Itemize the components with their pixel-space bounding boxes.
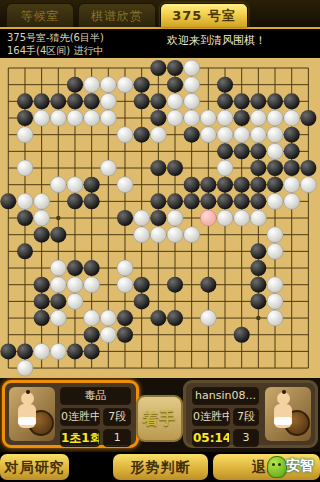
stone-white <box>267 110 283 126</box>
stone-black <box>134 277 150 293</box>
right-player-avatar <box>265 387 311 441</box>
stone-white <box>217 110 233 126</box>
stone-black <box>84 327 100 343</box>
stone-black <box>0 193 16 209</box>
room-title: 375号室-猜先(6目半) <box>7 31 104 44</box>
stone-white <box>300 177 316 193</box>
stone-white <box>234 210 250 226</box>
stone-white <box>200 127 216 143</box>
stone-black <box>250 293 266 309</box>
stone-black <box>84 93 100 109</box>
stone-white <box>34 193 50 209</box>
left-player-timer: 1초1회 <box>60 429 100 447</box>
stone-black <box>167 310 183 326</box>
watermark-label: 安智 <box>286 457 314 475</box>
stone-black <box>34 293 50 309</box>
stone-black <box>150 93 166 109</box>
stone-white <box>250 127 266 143</box>
stone-white <box>267 310 283 326</box>
stone-black <box>167 60 183 76</box>
stone-white <box>200 310 216 326</box>
go-board[interactable] <box>0 58 320 378</box>
stone-black <box>267 160 283 176</box>
stone-white <box>250 210 266 226</box>
stone-white <box>17 127 33 143</box>
stone-black <box>117 327 133 343</box>
stone-white <box>67 110 83 126</box>
move-status: 164手(4区间) 进行中 <box>7 44 104 57</box>
stone-white <box>267 243 283 259</box>
stone-white <box>284 193 300 209</box>
stone-black <box>17 210 33 226</box>
stone-black <box>84 177 100 193</box>
anzhi-watermark: 安智 <box>267 453 319 481</box>
stone-white <box>34 210 50 226</box>
stone-black <box>250 193 266 209</box>
right-player-streak: 0连胜中 <box>192 408 230 426</box>
stone-white <box>267 127 283 143</box>
right-player-rank: 7段 <box>233 408 259 426</box>
stone-black <box>150 310 166 326</box>
stone-white <box>67 277 83 293</box>
stone-white <box>17 360 33 376</box>
stone-white <box>117 127 133 143</box>
right-player-timer: 05:14 <box>192 429 230 447</box>
stone-white <box>184 110 200 126</box>
right-player-panel: hansin08... 0连胜中 7段 05:14 3 <box>183 380 318 448</box>
stone-black <box>117 310 133 326</box>
stone-white <box>267 193 283 209</box>
welcome-message: 欢迎来到清风围棋！ <box>167 33 266 48</box>
stone-black <box>167 277 183 293</box>
stone-black <box>167 160 183 176</box>
left-player-name: 毒品 <box>60 387 131 405</box>
stone-black <box>250 160 266 176</box>
stone-white <box>267 143 283 159</box>
stone-white <box>67 293 83 309</box>
stone-black <box>67 260 83 276</box>
stone-black <box>234 143 250 159</box>
stone-black <box>17 110 33 126</box>
stone-black <box>134 127 150 143</box>
stone-black <box>217 177 233 193</box>
stone-white <box>134 210 150 226</box>
avatar-diaper <box>274 417 292 425</box>
stone-black <box>150 110 166 126</box>
stone-black <box>150 210 166 226</box>
stone-black <box>250 143 266 159</box>
stone-white <box>284 177 300 193</box>
stone-black <box>234 177 250 193</box>
stone-white <box>100 110 116 126</box>
stone-white <box>150 127 166 143</box>
stone-white <box>50 310 66 326</box>
stone-black <box>167 77 183 93</box>
stone-black <box>134 293 150 309</box>
stone-white <box>184 77 200 93</box>
star-point <box>56 216 60 220</box>
stone-white <box>250 110 266 126</box>
avatar-hair <box>282 390 286 394</box>
stone-white <box>100 160 116 176</box>
stone-white <box>84 110 100 126</box>
stone-black <box>184 193 200 209</box>
stone-white <box>50 110 66 126</box>
stone-black <box>234 193 250 209</box>
stone-black <box>267 93 283 109</box>
stone-black <box>217 93 233 109</box>
stone-white <box>167 227 183 243</box>
stone-last-move <box>200 210 216 226</box>
stone-white <box>267 293 283 309</box>
stone-white <box>50 343 66 359</box>
stone-white <box>50 260 66 276</box>
stone-white <box>84 77 100 93</box>
stone-white <box>50 277 66 293</box>
star-point <box>256 316 260 320</box>
stone-white <box>100 327 116 343</box>
stone-white <box>17 193 33 209</box>
stone-white <box>150 227 166 243</box>
stone-white <box>117 260 133 276</box>
stone-white <box>84 310 100 326</box>
stone-black <box>150 160 166 176</box>
stone-white <box>217 127 233 143</box>
left-player-avatar <box>9 387 55 441</box>
stone-black <box>284 127 300 143</box>
stone-black <box>184 127 200 143</box>
stone-black <box>134 93 150 109</box>
stone-white <box>217 160 233 176</box>
stone-white <box>17 160 33 176</box>
stone-black <box>117 210 133 226</box>
make-move-button[interactable]: 着手 <box>136 395 183 442</box>
stone-white <box>167 110 183 126</box>
stone-white <box>67 177 83 193</box>
stone-black <box>234 110 250 126</box>
stone-white <box>217 210 233 226</box>
stone-black <box>50 293 66 309</box>
stone-black <box>300 160 316 176</box>
stone-black <box>50 227 66 243</box>
stone-white <box>167 210 183 226</box>
stone-black <box>200 193 216 209</box>
stone-white <box>184 60 200 76</box>
stone-white <box>117 277 133 293</box>
room-info: 375号室-猜先(6目半) 164手(4区间) 进行中 <box>7 31 104 57</box>
stone-black <box>250 243 266 259</box>
stone-white <box>100 77 116 93</box>
left-player-panel: 毒品 0连胜中 7段 1초1회 1 <box>2 380 139 448</box>
avatar-hair <box>26 390 30 394</box>
tab-waiting-room[interactable]: 等候室 <box>6 3 74 27</box>
stone-black <box>67 343 83 359</box>
stone-white <box>100 310 116 326</box>
stone-black <box>134 77 150 93</box>
game-study-button[interactable]: 对局研究 <box>0 454 69 480</box>
stone-white <box>117 77 133 93</box>
stone-black <box>0 343 16 359</box>
stone-black <box>84 193 100 209</box>
stone-black <box>150 60 166 76</box>
stone-black <box>234 327 250 343</box>
stone-black <box>34 310 50 326</box>
stone-black <box>184 177 200 193</box>
right-player-periods: 3 <box>233 429 259 447</box>
stone-black <box>50 93 66 109</box>
tab-game-records[interactable]: 棋谱欣赏 <box>78 3 156 27</box>
stone-black <box>150 193 166 209</box>
stone-black <box>284 143 300 159</box>
android-mascot-icon <box>267 456 287 478</box>
stone-white <box>34 110 50 126</box>
info-bar: 375号室-猜先(6目半) 164手(4区间) 进行中 欢迎来到清风围棋！ <box>0 31 320 57</box>
stone-black <box>284 93 300 109</box>
stone-white <box>184 227 200 243</box>
stone-white <box>184 93 200 109</box>
right-player-info: hansin08... 0连胜中 7段 05:14 3 <box>192 387 259 450</box>
stone-black <box>67 193 83 209</box>
stone-black <box>34 227 50 243</box>
stone-black <box>250 93 266 109</box>
stone-white <box>84 277 100 293</box>
stone-black <box>234 93 250 109</box>
go-app-window: 等候室 棋谱欣赏 375 号室 375号室-猜先(6目半) 164手(4区间) … <box>0 0 320 482</box>
left-player-periods: 1 <box>103 429 131 447</box>
stone-black <box>267 177 283 193</box>
stone-black <box>17 93 33 109</box>
avatar-diaper <box>18 417 36 425</box>
left-player-info: 毒品 0连胜中 7段 1초1회 1 <box>60 387 131 450</box>
position-judge-button[interactable]: 形势判断 <box>113 454 208 480</box>
stone-black <box>300 110 316 126</box>
stone-white <box>50 177 66 193</box>
stone-black <box>17 343 33 359</box>
stone-white <box>234 127 250 143</box>
stone-white <box>134 227 150 243</box>
stone-black <box>250 260 266 276</box>
left-player-streak: 0连胜中 <box>60 408 100 426</box>
stone-black <box>284 160 300 176</box>
stone-black <box>200 177 216 193</box>
stone-white <box>100 93 116 109</box>
right-player-name: hansin08... <box>192 387 259 405</box>
stone-white <box>117 177 133 193</box>
stone-black <box>34 93 50 109</box>
stone-white <box>34 343 50 359</box>
stone-black <box>67 93 83 109</box>
stone-black <box>67 77 83 93</box>
stone-black <box>84 260 100 276</box>
stone-black <box>200 277 216 293</box>
tab-room-375[interactable]: 375 号室 <box>160 3 248 27</box>
stone-black <box>84 343 100 359</box>
stone-white <box>284 110 300 126</box>
player-area: 毒品 0连胜中 7段 1초1회 1 着手 hansin <box>0 378 320 452</box>
stone-white <box>267 227 283 243</box>
stone-black <box>250 277 266 293</box>
stone-white <box>167 93 183 109</box>
stone-white <box>200 110 216 126</box>
stone-black <box>217 143 233 159</box>
stone-black <box>217 193 233 209</box>
stone-black <box>34 277 50 293</box>
stone-black <box>217 77 233 93</box>
stone-black <box>250 177 266 193</box>
left-player-rank: 7段 <box>103 408 131 426</box>
stone-black <box>17 243 33 259</box>
stone-white <box>267 277 283 293</box>
tab-bar: 等候室 棋谱欣赏 375 号室 <box>0 0 320 29</box>
stone-black <box>167 193 183 209</box>
